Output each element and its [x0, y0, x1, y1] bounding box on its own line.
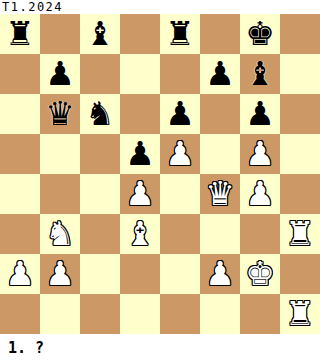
square-b7[interactable]: ♟: [40, 54, 80, 94]
square-f7[interactable]: ♟: [200, 54, 240, 94]
square-g4[interactable]: ♟: [240, 174, 280, 214]
piece-white-pawn: ♟: [5, 254, 35, 294]
square-a2[interactable]: ♟: [0, 254, 40, 294]
square-d7[interactable]: [120, 54, 160, 94]
square-e1[interactable]: [160, 294, 200, 334]
puzzle-title: T1.2024: [0, 0, 320, 14]
square-b2[interactable]: ♟: [40, 254, 80, 294]
square-e2[interactable]: [160, 254, 200, 294]
piece-white-pawn: ♟: [165, 134, 195, 174]
square-d2[interactable]: [120, 254, 160, 294]
square-h6[interactable]: [280, 94, 320, 134]
square-e4[interactable]: [160, 174, 200, 214]
square-f2[interactable]: ♟: [200, 254, 240, 294]
piece-black-pawn: ♟: [165, 94, 195, 134]
square-d6[interactable]: [120, 94, 160, 134]
piece-black-bishop: ♝: [85, 14, 115, 54]
square-g1[interactable]: [240, 294, 280, 334]
square-g3[interactable]: [240, 214, 280, 254]
piece-white-rook: ♜: [285, 294, 315, 334]
piece-black-bishop: ♝: [245, 54, 275, 94]
piece-black-pawn: ♟: [45, 54, 75, 94]
square-e8[interactable]: ♜: [160, 14, 200, 54]
piece-white-pawn: ♟: [125, 174, 155, 214]
chess-puzzle-window: T1.2024 ♜♝♜♚♟♟♝♛♞♟♟♟♟♟♟♛♟♞♝♜♟♟♟♚♜ 1. ?: [0, 0, 320, 360]
piece-black-rook: ♜: [165, 14, 195, 54]
square-e6[interactable]: ♟: [160, 94, 200, 134]
square-d5[interactable]: ♟: [120, 134, 160, 174]
square-b5[interactable]: [40, 134, 80, 174]
square-h5[interactable]: [280, 134, 320, 174]
square-b8[interactable]: [40, 14, 80, 54]
piece-white-pawn: ♟: [205, 254, 235, 294]
square-a3[interactable]: [0, 214, 40, 254]
square-a6[interactable]: [0, 94, 40, 134]
square-b1[interactable]: [40, 294, 80, 334]
piece-white-pawn: ♟: [45, 254, 75, 294]
square-f3[interactable]: [200, 214, 240, 254]
square-a8[interactable]: ♜: [0, 14, 40, 54]
square-b4[interactable]: [40, 174, 80, 214]
square-c7[interactable]: [80, 54, 120, 94]
piece-white-king: ♚: [245, 254, 275, 294]
square-a1[interactable]: [0, 294, 40, 334]
piece-black-knight: ♞: [85, 94, 115, 134]
piece-black-king: ♚: [245, 14, 275, 54]
square-h4[interactable]: [280, 174, 320, 214]
square-e5[interactable]: ♟: [160, 134, 200, 174]
piece-black-pawn: ♟: [205, 54, 235, 94]
square-a7[interactable]: [0, 54, 40, 94]
square-c1[interactable]: [80, 294, 120, 334]
square-f1[interactable]: [200, 294, 240, 334]
square-c4[interactable]: [80, 174, 120, 214]
square-h3[interactable]: ♜: [280, 214, 320, 254]
piece-white-rook: ♜: [285, 214, 315, 254]
square-f8[interactable]: [200, 14, 240, 54]
square-h8[interactable]: [280, 14, 320, 54]
square-a5[interactable]: [0, 134, 40, 174]
square-a4[interactable]: [0, 174, 40, 214]
square-d4[interactable]: ♟: [120, 174, 160, 214]
square-h1[interactable]: ♜: [280, 294, 320, 334]
square-g6[interactable]: ♟: [240, 94, 280, 134]
square-g7[interactable]: ♝: [240, 54, 280, 94]
square-b6[interactable]: ♛: [40, 94, 80, 134]
square-e3[interactable]: [160, 214, 200, 254]
square-h7[interactable]: [280, 54, 320, 94]
chess-board: ♜♝♜♚♟♟♝♛♞♟♟♟♟♟♟♛♟♞♝♜♟♟♟♚♜: [0, 14, 320, 334]
piece-white-knight: ♞: [45, 214, 75, 254]
square-e7[interactable]: [160, 54, 200, 94]
square-d3[interactable]: ♝: [120, 214, 160, 254]
piece-white-bishop: ♝: [125, 214, 155, 254]
square-f4[interactable]: ♛: [200, 174, 240, 214]
square-c8[interactable]: ♝: [80, 14, 120, 54]
square-g5[interactable]: ♟: [240, 134, 280, 174]
move-prompt: 1. ?: [0, 334, 320, 360]
square-g2[interactable]: ♚: [240, 254, 280, 294]
square-f6[interactable]: [200, 94, 240, 134]
piece-white-pawn: ♟: [245, 174, 275, 214]
square-c6[interactable]: ♞: [80, 94, 120, 134]
square-c2[interactable]: [80, 254, 120, 294]
piece-black-pawn: ♟: [245, 94, 275, 134]
square-f5[interactable]: [200, 134, 240, 174]
square-g8[interactable]: ♚: [240, 14, 280, 54]
square-d8[interactable]: [120, 14, 160, 54]
square-h2[interactable]: [280, 254, 320, 294]
piece-white-pawn: ♟: [245, 134, 275, 174]
square-c3[interactable]: [80, 214, 120, 254]
piece-black-queen: ♛: [45, 94, 75, 134]
square-c5[interactable]: [80, 134, 120, 174]
piece-black-pawn: ♟: [125, 134, 155, 174]
piece-white-queen: ♛: [205, 174, 235, 214]
square-b3[interactable]: ♞: [40, 214, 80, 254]
piece-black-rook: ♜: [5, 14, 35, 54]
square-d1[interactable]: [120, 294, 160, 334]
